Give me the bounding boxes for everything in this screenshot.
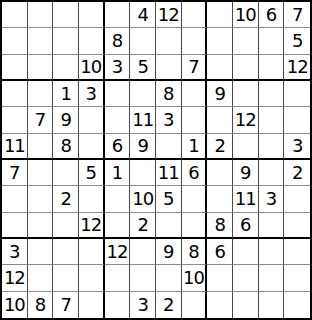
cell-r12c7[interactable]: 2 <box>156 292 182 318</box>
cell-r1c5[interactable] <box>105 2 131 28</box>
cell-r9c10[interactable]: 6 <box>233 213 259 239</box>
cell-r10c4[interactable] <box>79 239 105 265</box>
cell-r7c10[interactable]: 9 <box>233 160 259 186</box>
cell-r6c11[interactable] <box>259 134 285 160</box>
cell-r9c4[interactable]: 12 <box>79 213 105 239</box>
cell-r9c1[interactable] <box>2 213 28 239</box>
cell-r7c7[interactable]: 11 <box>156 160 182 186</box>
cell-r2c11[interactable] <box>259 28 285 54</box>
cell-r10c11[interactable] <box>259 239 285 265</box>
cell-r5c2[interactable]: 7 <box>28 107 54 133</box>
cell-r12c8[interactable] <box>182 292 208 318</box>
cell-r9c7[interactable] <box>156 213 182 239</box>
cell-r12c6[interactable]: 3 <box>130 292 156 318</box>
cell-r8c2[interactable] <box>28 186 54 212</box>
cell-r4c8[interactable] <box>182 81 208 107</box>
cell-r7c3[interactable] <box>53 160 79 186</box>
cell-r2c5[interactable]: 8 <box>105 28 131 54</box>
cell-r2c8[interactable] <box>182 28 208 54</box>
cell-r11c6[interactable] <box>130 265 156 291</box>
cell-r8c12[interactable] <box>284 186 310 212</box>
cell-r10c3[interactable] <box>53 239 79 265</box>
cell-r7c2[interactable] <box>28 160 54 186</box>
cell-r3c3[interactable] <box>53 55 79 81</box>
cell-r4c3[interactable]: 1 <box>53 81 79 107</box>
cell-r2c12[interactable]: 5 <box>284 28 310 54</box>
cell-r5c4[interactable] <box>79 107 105 133</box>
cell-r9c12[interactable] <box>284 213 310 239</box>
cell-r9c3[interactable] <box>53 213 79 239</box>
cell-r6c3[interactable]: 8 <box>53 134 79 160</box>
cell-r10c7[interactable]: 9 <box>156 239 182 265</box>
cell-r8c3[interactable]: 2 <box>53 186 79 212</box>
cell-r10c10[interactable] <box>233 239 259 265</box>
cell-r4c9[interactable]: 9 <box>207 81 233 107</box>
cell-r6c2[interactable] <box>28 134 54 160</box>
cell-r7c11[interactable] <box>259 160 285 186</box>
cell-r11c8[interactable]: 10 <box>182 265 208 291</box>
cell-r11c1[interactable]: 12 <box>2 265 28 291</box>
cell-r2c9[interactable] <box>207 28 233 54</box>
cell-r11c10[interactable] <box>233 265 259 291</box>
cell-r1c12[interactable]: 7 <box>284 2 310 28</box>
cell-r11c5[interactable] <box>105 265 131 291</box>
cell-r8c9[interactable] <box>207 186 233 212</box>
cell-r11c2[interactable] <box>28 265 54 291</box>
cell-r3c9[interactable] <box>207 55 233 81</box>
cell-r2c7[interactable] <box>156 28 182 54</box>
cell-r4c11[interactable] <box>259 81 285 107</box>
cell-r12c3[interactable]: 7 <box>53 292 79 318</box>
cell-r12c2[interactable]: 8 <box>28 292 54 318</box>
cell-r12c12[interactable] <box>284 292 310 318</box>
cell-r12c10[interactable] <box>233 292 259 318</box>
cell-r8c5[interactable] <box>105 186 131 212</box>
cell-r4c12[interactable] <box>284 81 310 107</box>
cell-r11c3[interactable] <box>53 265 79 291</box>
cell-r6c9[interactable]: 2 <box>207 134 233 160</box>
cell-r9c6[interactable]: 2 <box>130 213 156 239</box>
cell-r12c5[interactable] <box>105 292 131 318</box>
cell-r5c11[interactable] <box>259 107 285 133</box>
cell-r8c8[interactable] <box>182 186 208 212</box>
cell-r12c1[interactable]: 10 <box>2 292 28 318</box>
cell-r5c10[interactable]: 12 <box>233 107 259 133</box>
cell-r1c6[interactable]: 4 <box>130 2 156 28</box>
cell-r12c11[interactable] <box>259 292 285 318</box>
cell-r3c6[interactable]: 5 <box>130 55 156 81</box>
cell-r11c11[interactable] <box>259 265 285 291</box>
cell-r11c4[interactable] <box>79 265 105 291</box>
cell-r5c8[interactable] <box>182 107 208 133</box>
cell-r8c11[interactable]: 3 <box>259 186 285 212</box>
sudoku-page: 4121067851035712138979113121186912375111… <box>0 0 312 320</box>
cell-r10c12[interactable] <box>284 239 310 265</box>
cell-r4c6[interactable] <box>130 81 156 107</box>
cell-r2c3[interactable] <box>53 28 79 54</box>
cell-r6c6[interactable]: 9 <box>130 134 156 160</box>
cell-r1c7[interactable]: 12 <box>156 2 182 28</box>
cell-r5c12[interactable] <box>284 107 310 133</box>
cell-r6c5[interactable]: 6 <box>105 134 131 160</box>
cell-r9c9[interactable]: 8 <box>207 213 233 239</box>
cell-r4c5[interactable] <box>105 81 131 107</box>
cell-r4c4[interactable]: 3 <box>79 81 105 107</box>
cell-r3c2[interactable] <box>28 55 54 81</box>
cell-r8c4[interactable] <box>79 186 105 212</box>
cell-r7c4[interactable]: 5 <box>79 160 105 186</box>
cell-r1c10[interactable]: 10 <box>233 2 259 28</box>
cell-r7c9[interactable] <box>207 160 233 186</box>
cell-r3c7[interactable] <box>156 55 182 81</box>
cell-r5c5[interactable] <box>105 107 131 133</box>
cell-r1c11[interactable]: 6 <box>259 2 285 28</box>
cell-r4c10[interactable] <box>233 81 259 107</box>
cell-r3c10[interactable] <box>233 55 259 81</box>
cell-r12c9[interactable] <box>207 292 233 318</box>
cell-r2c4[interactable] <box>79 28 105 54</box>
cell-r3c1[interactable] <box>2 55 28 81</box>
cell-r8c7[interactable]: 5 <box>156 186 182 212</box>
cell-r1c8[interactable] <box>182 2 208 28</box>
cell-r8c1[interactable] <box>2 186 28 212</box>
cell-r6c12[interactable]: 3 <box>284 134 310 160</box>
cell-r9c5[interactable] <box>105 213 131 239</box>
cell-r7c5[interactable]: 1 <box>105 160 131 186</box>
cell-r10c5[interactable]: 12 <box>105 239 131 265</box>
cell-r6c1[interactable]: 11 <box>2 134 28 160</box>
cell-r10c9[interactable]: 6 <box>207 239 233 265</box>
cell-r1c9[interactable] <box>207 2 233 28</box>
cell-r1c4[interactable] <box>79 2 105 28</box>
cell-r3c11[interactable] <box>259 55 285 81</box>
cell-r7c12[interactable]: 2 <box>284 160 310 186</box>
cell-r4c1[interactable] <box>2 81 28 107</box>
cell-r10c8[interactable]: 8 <box>182 239 208 265</box>
cell-r2c2[interactable] <box>28 28 54 54</box>
cell-r10c1[interactable]: 3 <box>2 239 28 265</box>
cell-r4c7[interactable]: 8 <box>156 81 182 107</box>
cell-r2c1[interactable] <box>2 28 28 54</box>
cell-r6c7[interactable] <box>156 134 182 160</box>
cell-r1c1[interactable] <box>2 2 28 28</box>
cell-r6c10[interactable] <box>233 134 259 160</box>
cell-r5c6[interactable]: 11 <box>130 107 156 133</box>
cell-r10c2[interactable] <box>28 239 54 265</box>
cell-r7c6[interactable] <box>130 160 156 186</box>
cell-r11c7[interactable] <box>156 265 182 291</box>
cell-r5c7[interactable]: 3 <box>156 107 182 133</box>
cell-r1c3[interactable] <box>53 2 79 28</box>
cell-r9c2[interactable] <box>28 213 54 239</box>
cell-r2c6[interactable] <box>130 28 156 54</box>
cell-r3c12[interactable]: 12 <box>284 55 310 81</box>
cell-r3c5[interactable]: 3 <box>105 55 131 81</box>
cell-r11c12[interactable] <box>284 265 310 291</box>
cell-r3c4[interactable]: 10 <box>79 55 105 81</box>
cell-r8c10[interactable]: 11 <box>233 186 259 212</box>
cell-r5c1[interactable] <box>2 107 28 133</box>
cell-r5c3[interactable]: 9 <box>53 107 79 133</box>
cell-r8c6[interactable]: 10 <box>130 186 156 212</box>
cell-r5c9[interactable] <box>207 107 233 133</box>
cell-r12c4[interactable] <box>79 292 105 318</box>
cell-r2c10[interactable] <box>233 28 259 54</box>
cell-r7c1[interactable]: 7 <box>2 160 28 186</box>
sudoku-board: 4121067851035712138979113121186912375111… <box>0 0 312 320</box>
cell-r7c8[interactable]: 6 <box>182 160 208 186</box>
cell-r11c9[interactable] <box>207 265 233 291</box>
cell-r10c6[interactable] <box>130 239 156 265</box>
cell-r9c8[interactable] <box>182 213 208 239</box>
cell-r6c4[interactable] <box>79 134 105 160</box>
cell-r9c11[interactable] <box>259 213 285 239</box>
cell-r3c8[interactable]: 7 <box>182 55 208 81</box>
cell-r1c2[interactable] <box>28 2 54 28</box>
cell-r6c8[interactable]: 1 <box>182 134 208 160</box>
cell-r4c2[interactable] <box>28 81 54 107</box>
